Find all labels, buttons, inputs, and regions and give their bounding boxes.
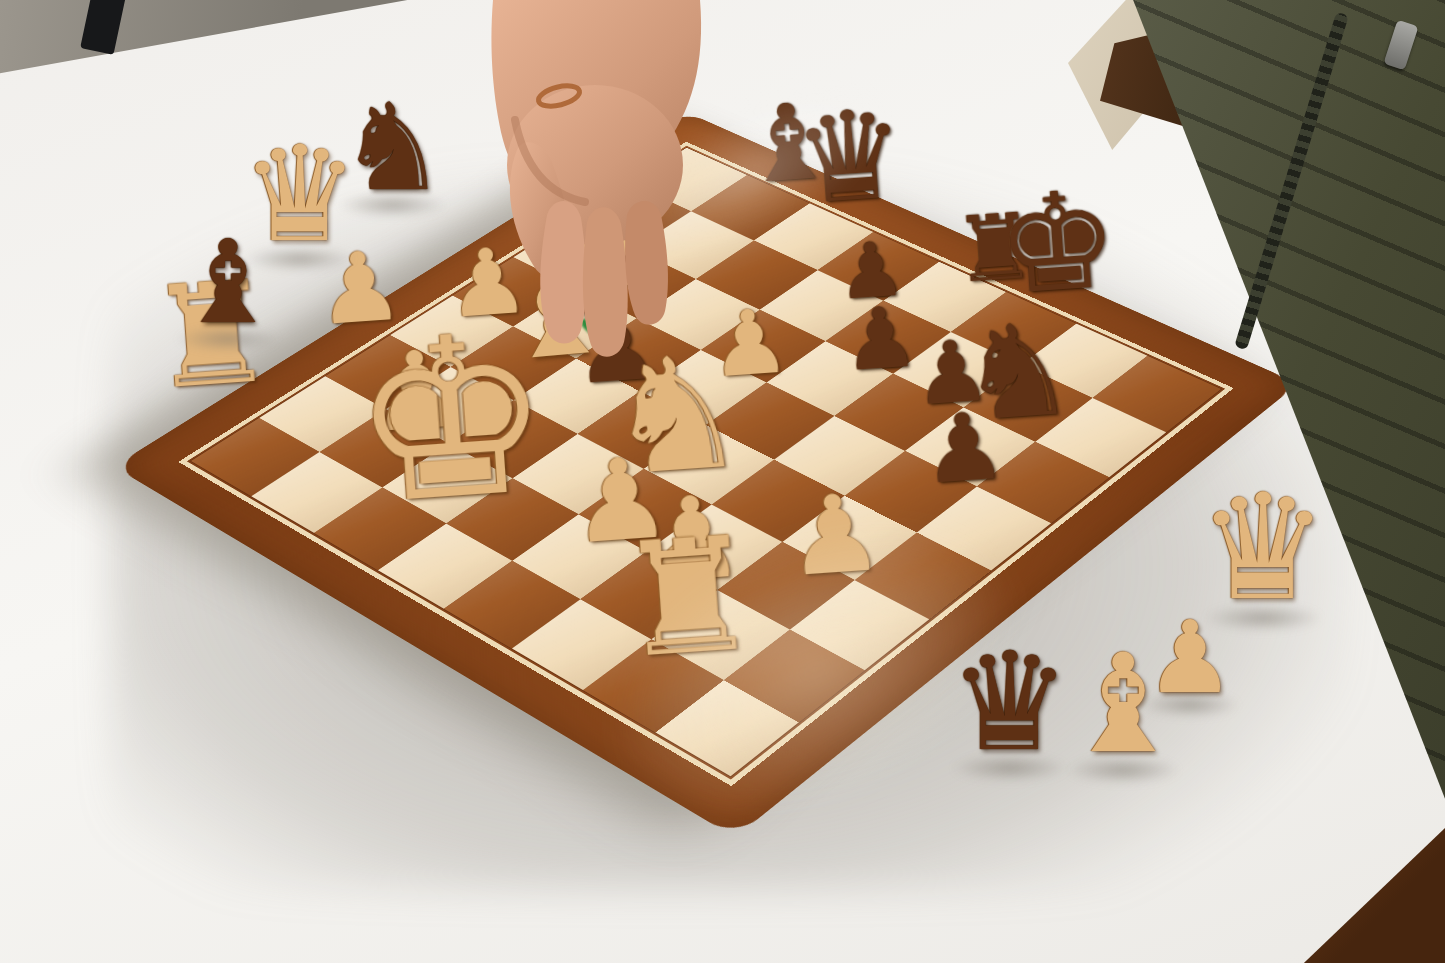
ring-finger: [625, 201, 668, 325]
player-hand: [455, 0, 745, 420]
offboard-black-queen[interactable]: ♛: [949, 634, 1071, 770]
offboard-white-bishop[interactable]: ♝: [1062, 636, 1184, 772]
middle-finger: [583, 207, 628, 356]
index-finger: [540, 201, 586, 343]
floor-background: [0, 0, 420, 78]
offboard-black-bishop[interactable]: ♝: [176, 225, 279, 340]
scene-chess-photo: { "game": "chess", "scene": { "descripti…: [0, 0, 1445, 963]
